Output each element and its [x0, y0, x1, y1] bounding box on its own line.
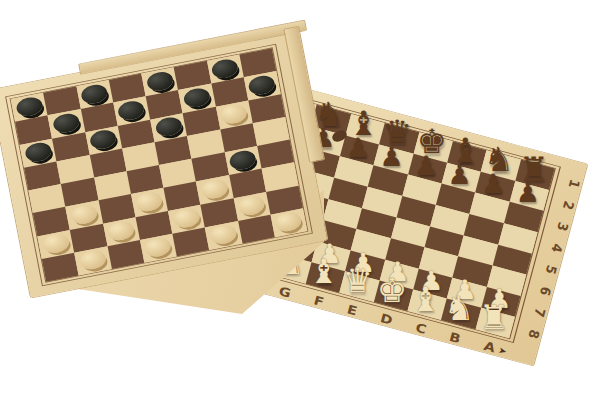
- rank-label: 1: [565, 177, 582, 189]
- white-checker-piece: [172, 207, 201, 230]
- checkers-square: [172, 227, 209, 256]
- file-label: D: [379, 311, 394, 328]
- white-checker-piece: [144, 236, 173, 259]
- checkers-square: [238, 215, 275, 244]
- file-label: F: [312, 293, 325, 309]
- rank-label: 5: [542, 263, 559, 275]
- checkers-square: [270, 208, 307, 237]
- chess-piece-dark-knight: ♞: [482, 143, 517, 177]
- white-checker-piece: [41, 232, 70, 255]
- chess-piece-dark-king: ♚: [414, 125, 449, 159]
- black-checker-piece: [182, 86, 211, 109]
- chess-piece-dark-queen: ♛: [380, 116, 415, 150]
- rank-label: 2: [559, 199, 576, 211]
- black-checker-piece: [228, 148, 257, 171]
- black-checker-piece: [210, 57, 239, 80]
- black-checker-piece: [117, 99, 146, 122]
- file-label: G: [277, 284, 292, 301]
- checkers-square: [140, 234, 177, 263]
- black-checker-piece: [89, 128, 118, 151]
- rank-label: 7: [530, 306, 547, 318]
- chess-piece-dark-rook: ♜: [516, 152, 551, 186]
- white-checker-piece: [209, 223, 238, 246]
- checkers-square: [42, 253, 79, 282]
- checkers-board-frame: [5, 44, 313, 286]
- chess-piece-dark-bishop: ♝: [346, 107, 381, 141]
- black-checker-piece: [80, 82, 109, 105]
- chess-piece-dark-bishop: ♝: [448, 134, 483, 168]
- white-checker-piece: [135, 190, 164, 213]
- file-label: B: [448, 330, 462, 346]
- checkers-square: [205, 221, 242, 250]
- rank-label: 4: [548, 242, 565, 254]
- file-label: E: [346, 302, 359, 318]
- black-checker-piece: [154, 115, 183, 138]
- rank-label: 3: [553, 220, 570, 232]
- checkers-square: [74, 246, 111, 275]
- rank-label: 8: [525, 328, 542, 340]
- white-checker-piece: [219, 103, 248, 126]
- white-checker-piece: [200, 178, 229, 201]
- black-checker-piece: [248, 74, 277, 97]
- file-label: C: [414, 320, 428, 336]
- black-checker-piece: [145, 70, 174, 93]
- brand-mark-icon: ➤: [497, 345, 508, 357]
- white-checker-piece: [78, 249, 107, 272]
- black-checker-piece: [24, 141, 53, 164]
- rank-label: 6: [536, 285, 553, 297]
- checkers-square: [107, 240, 144, 269]
- file-label: A: [482, 339, 497, 355]
- white-checker-piece: [107, 220, 136, 243]
- white-checker-piece: [274, 211, 303, 234]
- checkers-grid: [10, 47, 309, 282]
- black-checker-piece: [15, 95, 44, 118]
- black-checker-piece: [52, 112, 81, 135]
- white-checker-piece: [237, 194, 266, 217]
- white-checker-piece: [69, 203, 98, 226]
